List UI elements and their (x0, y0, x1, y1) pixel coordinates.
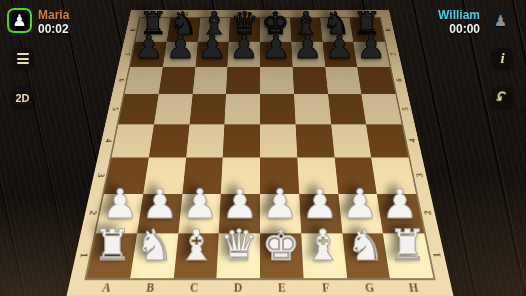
piece-black-pawn-d7[interactable]: ♟ (230, 31, 259, 63)
piece-white-bishop-f1[interactable]: ♝ (304, 224, 342, 267)
piece-white-pawn-h2[interactable]: ♟ (382, 184, 418, 225)
piece-black-pawn-h7[interactable]: ♟ (357, 31, 386, 63)
rank-label-right-6: 6 (394, 79, 403, 82)
square-a4[interactable] (112, 124, 154, 157)
rank-label-right-5: 5 (400, 107, 409, 111)
piece-white-pawn-c2[interactable]: ♟ (182, 184, 218, 225)
rank-label-left-4: 4 (104, 138, 114, 142)
square-e6[interactable] (260, 67, 294, 95)
rank-label-left-6: 6 (117, 79, 126, 82)
menu-button[interactable] (12, 48, 33, 69)
square-c6[interactable] (192, 67, 227, 95)
piece-black-pawn-b7[interactable]: ♟ (166, 31, 195, 63)
square-b4[interactable] (149, 124, 190, 157)
game-scene: AABBCCDDEEFFGGHH8877665544332211 ♜♞♝♛♚♝♞… (0, 0, 526, 296)
left-player-clock: 00:02 (38, 22, 69, 36)
rank-label-right-2: 2 (422, 211, 433, 216)
square-f4[interactable] (295, 124, 334, 157)
piece-white-rook-a1[interactable]: ♜ (93, 224, 131, 267)
square-e4[interactable] (260, 124, 297, 157)
square-f5[interactable] (294, 94, 331, 124)
piece-black-pawn-g7[interactable]: ♟ (325, 31, 354, 63)
black-pawn-icon: ♟ (494, 12, 507, 30)
rank-label-left-1: 1 (78, 253, 89, 258)
square-h6[interactable] (357, 67, 395, 95)
square-d5[interactable] (225, 94, 260, 124)
undo-arrow-icon: ↶ (491, 86, 512, 108)
square-g4[interactable] (331, 124, 372, 157)
file-label-c: C (190, 281, 199, 294)
piece-white-pawn-g2[interactable]: ♟ (342, 184, 378, 225)
rank-label-left-5: 5 (111, 107, 120, 111)
piece-white-pawn-d2[interactable]: ♟ (222, 184, 258, 225)
square-d6[interactable] (226, 67, 260, 95)
square-g5[interactable] (328, 94, 367, 124)
piece-black-pawn-e7[interactable]: ♟ (261, 31, 290, 63)
piece-black-pawn-f7[interactable]: ♟ (293, 31, 322, 63)
left-player-avatar: ♟ (7, 8, 32, 33)
rank-label-right-1: 1 (431, 253, 442, 258)
file-label-e: E (278, 281, 286, 294)
piece-white-bishop-c1[interactable]: ♝ (178, 224, 216, 267)
rank-label-left-2: 2 (87, 211, 98, 216)
right-player-clock: 00:00 (449, 22, 480, 36)
file-label-h: H (408, 281, 419, 294)
file-label-b: B (146, 281, 155, 294)
piece-black-pawn-a7[interactable]: ♟ (134, 31, 163, 63)
square-e5[interactable] (260, 94, 295, 124)
piece-white-rook-h1[interactable]: ♜ (388, 224, 426, 267)
piece-white-king-e1[interactable]: ♚ (262, 224, 300, 267)
square-h5[interactable] (362, 94, 402, 124)
file-label-g: G (364, 281, 375, 294)
piece-white-pawn-f2[interactable]: ♟ (302, 184, 338, 225)
rank-label-right-3: 3 (414, 173, 424, 177)
square-f6[interactable] (292, 67, 327, 95)
view-2d-button[interactable]: 2D (12, 87, 33, 108)
square-a6[interactable] (125, 67, 163, 95)
piece-white-knight-b1[interactable]: ♞ (135, 224, 173, 267)
piece-white-knight-g1[interactable]: ♞ (346, 224, 384, 267)
square-c4[interactable] (186, 124, 225, 157)
piece-white-pawn-a2[interactable]: ♟ (102, 184, 138, 225)
rank-label-right-4: 4 (407, 138, 417, 142)
square-d4[interactable] (223, 124, 260, 157)
file-label-f: F (322, 281, 330, 294)
white-pawn-icon: ♟ (12, 11, 26, 30)
rank-label-right-7: 7 (389, 52, 397, 55)
right-player-name: William (438, 8, 480, 22)
square-h4[interactable] (366, 124, 408, 157)
hamburger-icon (17, 53, 29, 64)
square-b6[interactable] (158, 67, 195, 95)
file-label-d: D (234, 281, 243, 294)
square-c5[interactable] (189, 94, 226, 124)
right-player-avatar: ♟ (488, 8, 513, 33)
rank-label-left-3: 3 (96, 173, 106, 177)
piece-white-queen-d1[interactable]: ♛ (220, 224, 258, 267)
file-label-a: A (101, 281, 112, 294)
piece-white-pawn-b2[interactable]: ♟ (142, 184, 178, 225)
square-g6[interactable] (325, 67, 362, 95)
undo-button[interactable]: ↶ (492, 87, 513, 108)
piece-white-pawn-e2[interactable]: ♟ (262, 184, 298, 225)
rank-label-left-7: 7 (123, 52, 131, 55)
piece-black-pawn-c7[interactable]: ♟ (198, 31, 227, 63)
left-player-name: Maria (38, 8, 69, 22)
square-a5[interactable] (118, 94, 158, 124)
info-button[interactable]: i (492, 48, 513, 69)
square-b5[interactable] (154, 94, 193, 124)
